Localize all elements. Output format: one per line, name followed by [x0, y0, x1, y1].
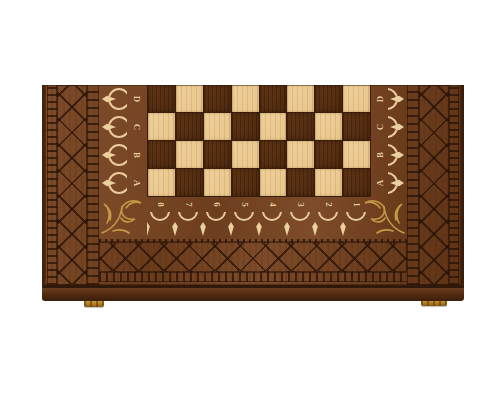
board-square — [232, 113, 259, 140]
inlay-arch-icon — [178, 212, 198, 221]
scallop-band-bottom — [147, 212, 371, 239]
board-square — [260, 113, 287, 140]
board-square — [260, 85, 287, 112]
board-square — [204, 141, 231, 168]
file-letters-right: DCBA — [371, 85, 389, 197]
inlay-arch-icon — [290, 212, 310, 221]
box-front-edge — [42, 288, 464, 301]
board-square — [204, 85, 231, 112]
file-letters-left: DCBA — [127, 85, 147, 197]
board-square — [343, 85, 370, 112]
board-square — [315, 85, 342, 112]
board-square — [287, 85, 314, 112]
board-square — [343, 113, 370, 140]
gold-floral-swirl-icon — [99, 197, 145, 237]
inlay-arch-icon — [150, 212, 170, 221]
scallop-cell — [231, 212, 259, 239]
board-square — [204, 113, 231, 140]
chessboard — [147, 85, 371, 197]
board-square — [287, 141, 314, 168]
board-square — [315, 141, 342, 168]
gold-floral-swirl-icon — [361, 197, 407, 237]
board-square — [232, 141, 259, 168]
scallop-cell — [259, 212, 287, 239]
inner-panel: DCBA DCBA 87654321 — [99, 85, 407, 239]
inlay-arch-icon — [262, 212, 282, 221]
carved-chain-border-left — [57, 85, 87, 285]
carved-box-top-face: DCBA DCBA 87654321 — [42, 85, 464, 288]
carved-tick-border-bottom — [99, 272, 407, 282]
board-square — [176, 85, 203, 112]
carved-tick-border-left-outer — [47, 85, 57, 285]
scallop-cell — [315, 212, 343, 239]
board-square — [232, 85, 259, 112]
board-square — [148, 113, 175, 140]
carved-tick-border-right-inner — [407, 85, 419, 285]
carved-chain-border-bottom — [99, 242, 407, 272]
rank-numbers-bottom: 87654321 — [147, 197, 371, 212]
inlay-arch-icon — [234, 212, 254, 221]
scallop-cell — [203, 212, 231, 239]
scallop-cell — [147, 212, 175, 239]
board-square — [315, 113, 342, 140]
inlay-arch-icon — [206, 212, 226, 221]
board-square — [176, 141, 203, 168]
board-square — [287, 113, 314, 140]
scallop-cell — [175, 212, 203, 239]
inlay-fleur-icon — [147, 222, 151, 236]
board-square — [148, 85, 175, 112]
board-square — [343, 141, 370, 168]
carved-tick-border-right-outer — [449, 85, 459, 285]
carved-tick-border-left-inner — [87, 85, 99, 285]
scallop-cell — [287, 212, 315, 239]
carved-chain-border-right — [419, 85, 449, 285]
inlay-arch-icon — [318, 212, 338, 221]
product-photo: DCBA DCBA 87654321 — [0, 0, 500, 400]
board-square — [260, 141, 287, 168]
board-square — [176, 113, 203, 140]
board-square — [148, 141, 175, 168]
